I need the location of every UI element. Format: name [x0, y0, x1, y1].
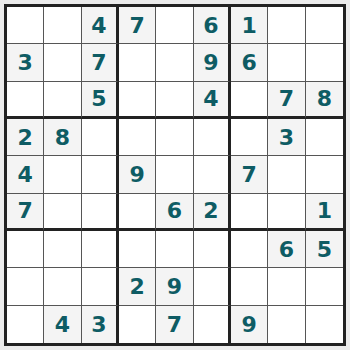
- cell-r7c1[interactable]: [7, 231, 44, 268]
- cell-r8c2[interactable]: [44, 268, 81, 305]
- cell-r1c7[interactable]: 1: [231, 7, 268, 44]
- cell-r9c4[interactable]: [119, 306, 156, 343]
- cell-r8c8[interactable]: [268, 268, 305, 305]
- cell-r6c1[interactable]: 7: [7, 194, 44, 231]
- cell-r8c5[interactable]: 9: [156, 268, 193, 305]
- cell-r4c4[interactable]: [119, 119, 156, 156]
- cell-r2c7[interactable]: 6: [231, 44, 268, 81]
- cell-r1c6[interactable]: 6: [194, 7, 231, 44]
- cell-r7c8[interactable]: 6: [268, 231, 305, 268]
- cell-r8c1[interactable]: [7, 268, 44, 305]
- cell-r6c5[interactable]: 6: [156, 194, 193, 231]
- cell-r5c8[interactable]: [268, 156, 305, 193]
- cell-r4c9[interactable]: [306, 119, 343, 156]
- cell-r8c9[interactable]: [306, 268, 343, 305]
- cell-r4c2[interactable]: 8: [44, 119, 81, 156]
- cell-r5c7[interactable]: 7: [231, 156, 268, 193]
- cell-r3c4[interactable]: [119, 82, 156, 119]
- cell-r6c3[interactable]: [82, 194, 119, 231]
- cell-r8c7[interactable]: [231, 268, 268, 305]
- cell-r3c6[interactable]: 4: [194, 82, 231, 119]
- cell-r8c4[interactable]: 2: [119, 268, 156, 305]
- cell-r6c2[interactable]: [44, 194, 81, 231]
- cell-r5c9[interactable]: [306, 156, 343, 193]
- cell-r5c2[interactable]: [44, 156, 81, 193]
- cell-r8c3[interactable]: [82, 268, 119, 305]
- cell-r2c3[interactable]: 7: [82, 44, 119, 81]
- cell-r4c5[interactable]: [156, 119, 193, 156]
- cell-r9c6[interactable]: [194, 306, 231, 343]
- cell-r6c7[interactable]: [231, 194, 268, 231]
- cell-r7c9[interactable]: 5: [306, 231, 343, 268]
- cell-r3c2[interactable]: [44, 82, 81, 119]
- cell-r9c8[interactable]: [268, 306, 305, 343]
- cell-r9c5[interactable]: 7: [156, 306, 193, 343]
- cell-r7c2[interactable]: [44, 231, 81, 268]
- cell-r2c6[interactable]: 9: [194, 44, 231, 81]
- cell-r7c7[interactable]: [231, 231, 268, 268]
- cell-r2c8[interactable]: [268, 44, 305, 81]
- cell-r3c8[interactable]: 7: [268, 82, 305, 119]
- cell-r7c4[interactable]: [119, 231, 156, 268]
- cell-r2c5[interactable]: [156, 44, 193, 81]
- cell-r6c4[interactable]: [119, 194, 156, 231]
- cell-r5c6[interactable]: [194, 156, 231, 193]
- page-background: 476137965478283497762165294379: [0, 0, 350, 350]
- cell-r4c6[interactable]: [194, 119, 231, 156]
- cell-r1c1[interactable]: [7, 7, 44, 44]
- cell-r4c7[interactable]: [231, 119, 268, 156]
- cell-r9c9[interactable]: [306, 306, 343, 343]
- cell-r3c5[interactable]: [156, 82, 193, 119]
- cell-r1c8[interactable]: [268, 7, 305, 44]
- cell-r5c5[interactable]: [156, 156, 193, 193]
- cell-r5c4[interactable]: 9: [119, 156, 156, 193]
- cell-r3c1[interactable]: [7, 82, 44, 119]
- cell-r6c8[interactable]: [268, 194, 305, 231]
- cell-r9c7[interactable]: 9: [231, 306, 268, 343]
- cell-r3c3[interactable]: 5: [82, 82, 119, 119]
- cell-r9c1[interactable]: [7, 306, 44, 343]
- cell-r6c9[interactable]: 1: [306, 194, 343, 231]
- cell-r4c1[interactable]: 2: [7, 119, 44, 156]
- cell-r1c9[interactable]: [306, 7, 343, 44]
- cell-r1c3[interactable]: 4: [82, 7, 119, 44]
- cell-r9c3[interactable]: 3: [82, 306, 119, 343]
- cell-r4c8[interactable]: 3: [268, 119, 305, 156]
- cell-r2c9[interactable]: [306, 44, 343, 81]
- cell-r3c7[interactable]: [231, 82, 268, 119]
- cell-r7c3[interactable]: [82, 231, 119, 268]
- cell-r5c1[interactable]: 4: [7, 156, 44, 193]
- cell-r7c5[interactable]: [156, 231, 193, 268]
- cell-r2c2[interactable]: [44, 44, 81, 81]
- cell-r9c2[interactable]: 4: [44, 306, 81, 343]
- cell-r8c6[interactable]: [194, 268, 231, 305]
- cell-r1c2[interactable]: [44, 7, 81, 44]
- cell-r1c4[interactable]: 7: [119, 7, 156, 44]
- sudoku-board: 476137965478283497762165294379: [4, 4, 346, 346]
- cell-r4c3[interactable]: [82, 119, 119, 156]
- cell-r2c4[interactable]: [119, 44, 156, 81]
- cell-r6c6[interactable]: 2: [194, 194, 231, 231]
- cell-r2c1[interactable]: 3: [7, 44, 44, 81]
- cell-r3c9[interactable]: 8: [306, 82, 343, 119]
- cell-r1c5[interactable]: [156, 7, 193, 44]
- cell-r7c6[interactable]: [194, 231, 231, 268]
- cell-r5c3[interactable]: [82, 156, 119, 193]
